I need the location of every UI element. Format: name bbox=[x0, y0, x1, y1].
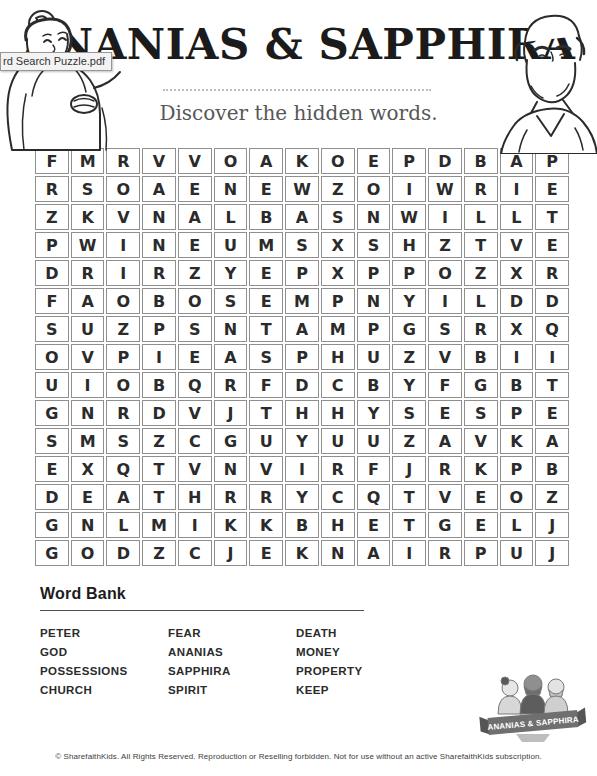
grid-cell-r1c11: P bbox=[392, 148, 426, 174]
grid-cell-r12c8: I bbox=[285, 456, 319, 482]
grid-cell-r14c14: L bbox=[500, 512, 534, 538]
grid-cell-r10c3: R bbox=[106, 400, 140, 426]
grid-cell-r7c12: S bbox=[428, 316, 462, 342]
word-bank-heading: Word Bank bbox=[40, 585, 370, 603]
grid-cell-r9c1: U bbox=[35, 372, 69, 398]
grid-cell-r2c5: E bbox=[178, 176, 212, 202]
grid-cell-r13c2: E bbox=[71, 484, 105, 510]
grid-cell-r11c3: S bbox=[106, 428, 140, 454]
word-search-grid: FMRVVOAKOEPDBAPRSOAENEWZOIWRIEZKVNALBASN… bbox=[35, 148, 569, 566]
grid-cell-r9c11: Y bbox=[392, 372, 426, 398]
grid-cell-r7c8: A bbox=[285, 316, 319, 342]
grid-cell-r10c7: T bbox=[249, 400, 283, 426]
grid-cell-r1c5: V bbox=[178, 148, 212, 174]
grid-cell-r4c10: S bbox=[357, 232, 391, 258]
grid-cell-r10c5: V bbox=[178, 400, 212, 426]
grid-cell-r14c11: T bbox=[392, 512, 426, 538]
grid-cell-r10c14: P bbox=[500, 400, 534, 426]
grid-cell-r2c14: I bbox=[500, 176, 534, 202]
word-bank-column-1: PETERGODPOSSESSIONSCHURCH bbox=[40, 624, 168, 700]
grid-cell-r7c1: S bbox=[35, 316, 69, 342]
grid-cell-r6c7: E bbox=[249, 288, 283, 314]
grid-cell-r5c14: X bbox=[500, 260, 534, 286]
grid-cell-r5c1: D bbox=[35, 260, 69, 286]
word-bank-word: SPIRIT bbox=[168, 681, 296, 700]
grid-cell-r14c8: B bbox=[285, 512, 319, 538]
grid-cell-r9c9: C bbox=[321, 372, 355, 398]
grid-cell-r6c10: N bbox=[357, 288, 391, 314]
grid-cell-r14c13: E bbox=[464, 512, 498, 538]
grid-cell-r1c10: E bbox=[357, 148, 391, 174]
grid-cell-r7c9: M bbox=[321, 316, 355, 342]
grid-cell-r7c4: P bbox=[142, 316, 176, 342]
grid-cell-r10c12: E bbox=[428, 400, 462, 426]
grid-cell-r9c4: B bbox=[142, 372, 176, 398]
grid-cell-r13c1: D bbox=[35, 484, 69, 510]
grid-cell-r5c9: X bbox=[321, 260, 355, 286]
worksheet-page: ANANIAS & SAPPHIRA Discover the hidden w… bbox=[0, 0, 597, 776]
grid-cell-r12c6: N bbox=[214, 456, 248, 482]
woman-illustration bbox=[0, 4, 178, 152]
grid-cell-r4c7: M bbox=[249, 232, 283, 258]
grid-cell-r3c7: B bbox=[249, 204, 283, 230]
grid-cell-r4c14: V bbox=[500, 232, 534, 258]
grid-cell-r3c1: Z bbox=[35, 204, 69, 230]
grid-cell-r2c15: E bbox=[535, 176, 569, 202]
grid-cell-r15c9: N bbox=[321, 540, 355, 566]
grid-cell-r8c12: V bbox=[428, 344, 462, 370]
grid-cell-r6c5: O bbox=[178, 288, 212, 314]
word-bank: Word Bank PETERGODPOSSESSIONSCHURCH FEAR… bbox=[40, 585, 370, 700]
grid-cell-r15c10: A bbox=[357, 540, 391, 566]
grid-cell-r13c9: C bbox=[321, 484, 355, 510]
grid-cell-r3c5: A bbox=[178, 204, 212, 230]
grid-cell-r3c8: A bbox=[285, 204, 319, 230]
grid-cell-r3c15: T bbox=[535, 204, 569, 230]
grid-cell-r5c6: Y bbox=[214, 260, 248, 286]
grid-cell-r6c2: A bbox=[71, 288, 105, 314]
grid-cell-r6c15: D bbox=[535, 288, 569, 314]
grid-cell-r13c11: T bbox=[392, 484, 426, 510]
word-bank-word: PETER bbox=[40, 624, 168, 643]
grid-cell-r10c2: N bbox=[71, 400, 105, 426]
grid-cell-r12c10: F bbox=[357, 456, 391, 482]
grid-cell-r13c8: Y bbox=[285, 484, 319, 510]
grid-cell-r11c5: C bbox=[178, 428, 212, 454]
grid-cell-r6c11: Y bbox=[392, 288, 426, 314]
grid-cell-r15c3: D bbox=[106, 540, 140, 566]
grid-cell-r8c3: P bbox=[106, 344, 140, 370]
grid-cell-r2c3: O bbox=[106, 176, 140, 202]
grid-cell-r15c8: K bbox=[285, 540, 319, 566]
grid-cell-r6c6: S bbox=[214, 288, 248, 314]
grid-cell-r5c13: Z bbox=[464, 260, 498, 286]
grid-cell-r11c9: U bbox=[321, 428, 355, 454]
grid-cell-r15c4: Z bbox=[142, 540, 176, 566]
grid-cell-r11c4: Z bbox=[142, 428, 176, 454]
grid-cell-r5c12: O bbox=[428, 260, 462, 286]
grid-cell-r14c9: H bbox=[321, 512, 355, 538]
grid-cell-r5c11: P bbox=[392, 260, 426, 286]
grid-cell-r3c10: N bbox=[357, 204, 391, 230]
grid-cell-r13c5: H bbox=[178, 484, 212, 510]
grid-cell-r3c4: N bbox=[142, 204, 176, 230]
grid-cell-r1c8: K bbox=[285, 148, 319, 174]
grid-cell-r13c12: V bbox=[428, 484, 462, 510]
word-bank-word: GOD bbox=[40, 643, 168, 662]
grid-cell-r8c9: H bbox=[321, 344, 355, 370]
grid-cell-r8c7: S bbox=[249, 344, 283, 370]
grid-cell-r15c2: O bbox=[71, 540, 105, 566]
grid-cell-r2c8: W bbox=[285, 176, 319, 202]
grid-cell-r9c14: B bbox=[500, 372, 534, 398]
grid-cell-r7c6: N bbox=[214, 316, 248, 342]
word-bank-word: FEAR bbox=[168, 624, 296, 643]
grid-cell-r2c4: A bbox=[142, 176, 176, 202]
grid-cell-r14c1: G bbox=[35, 512, 69, 538]
grid-cell-r8c13: B bbox=[464, 344, 498, 370]
word-bank-word: POSSESSIONS bbox=[40, 662, 168, 681]
grid-cell-r12c15: B bbox=[535, 456, 569, 482]
grid-cell-r15c5: C bbox=[178, 540, 212, 566]
grid-cell-r11c15: A bbox=[535, 428, 569, 454]
grid-cell-r9c8: D bbox=[285, 372, 319, 398]
word-bank-word: SAPPHIRA bbox=[168, 662, 296, 681]
grid-cell-r9c13: G bbox=[464, 372, 498, 398]
grid-cell-r4c13: T bbox=[464, 232, 498, 258]
grid-cell-r8c1: O bbox=[35, 344, 69, 370]
grid-cell-r12c14: P bbox=[500, 456, 534, 482]
grid-cell-r9c15: T bbox=[535, 372, 569, 398]
grid-cell-r2c7: E bbox=[249, 176, 283, 202]
grid-cell-r13c15: Z bbox=[535, 484, 569, 510]
grid-cell-r15c13: P bbox=[464, 540, 498, 566]
grid-cell-r5c7: E bbox=[249, 260, 283, 286]
grid-cell-r13c7: R bbox=[249, 484, 283, 510]
grid-cell-r12c7: V bbox=[249, 456, 283, 482]
grid-cell-r7c15: Q bbox=[535, 316, 569, 342]
grid-cell-r14c10: E bbox=[357, 512, 391, 538]
grid-cell-r1c9: O bbox=[321, 148, 355, 174]
word-bank-column-2: FEARANANIASSAPPHIRASPIRIT bbox=[168, 624, 296, 700]
grid-cell-r15c15: J bbox=[535, 540, 569, 566]
grid-cell-r11c8: Y bbox=[285, 428, 319, 454]
grid-cell-r12c2: X bbox=[71, 456, 105, 482]
grid-cell-r10c9: H bbox=[321, 400, 355, 426]
grid-cell-r15c1: G bbox=[35, 540, 69, 566]
grid-cell-r5c15: R bbox=[535, 260, 569, 286]
grid-cell-r1c12: D bbox=[428, 148, 462, 174]
grid-cell-r14c4: M bbox=[142, 512, 176, 538]
grid-cell-r11c11: Z bbox=[392, 428, 426, 454]
grid-cell-r13c10: Q bbox=[357, 484, 391, 510]
grid-cell-r11c6: G bbox=[214, 428, 248, 454]
word-bank-word: MONEY bbox=[296, 643, 362, 662]
grid-cell-r6c8: M bbox=[285, 288, 319, 314]
grid-cell-r4c15: E bbox=[535, 232, 569, 258]
grid-cell-r12c9: R bbox=[321, 456, 355, 482]
grid-cell-r6c13: L bbox=[464, 288, 498, 314]
grid-cell-r15c6: J bbox=[214, 540, 248, 566]
grid-cell-r14c5: I bbox=[178, 512, 212, 538]
grid-cell-r5c5: Z bbox=[178, 260, 212, 286]
grid-cell-r8c11: Z bbox=[392, 344, 426, 370]
grid-cell-r9c10: B bbox=[357, 372, 391, 398]
sharefaith-badge: ANANIAS & SAPPHIRA bbox=[476, 670, 590, 750]
grid-cell-r4c4: N bbox=[142, 232, 176, 258]
grid-cell-r8c8: P bbox=[285, 344, 319, 370]
grid-cell-r11c7: U bbox=[249, 428, 283, 454]
grid-cell-r13c13: E bbox=[464, 484, 498, 510]
grid-cell-r4c1: P bbox=[35, 232, 69, 258]
word-bank-word: PROPERTY bbox=[296, 662, 362, 681]
grid-cell-r14c7: K bbox=[249, 512, 283, 538]
man-illustration bbox=[497, 6, 597, 154]
grid-cell-r12c1: E bbox=[35, 456, 69, 482]
grid-cell-r10c15: E bbox=[535, 400, 569, 426]
grid-cell-r12c3: Q bbox=[106, 456, 140, 482]
grid-cell-r15c12: R bbox=[428, 540, 462, 566]
grid-cell-r7c5: S bbox=[178, 316, 212, 342]
grid-cell-r6c9: P bbox=[321, 288, 355, 314]
grid-cell-r3c14: L bbox=[500, 204, 534, 230]
grid-cell-r10c11: S bbox=[392, 400, 426, 426]
grid-cell-r9c12: F bbox=[428, 372, 462, 398]
grid-cell-r12c11: J bbox=[392, 456, 426, 482]
grid-cell-r8c15: I bbox=[535, 344, 569, 370]
grid-cell-r8c6: A bbox=[214, 344, 248, 370]
grid-cell-r2c13: R bbox=[464, 176, 498, 202]
grid-cell-r12c4: T bbox=[142, 456, 176, 482]
grid-cell-r6c14: D bbox=[500, 288, 534, 314]
grid-cell-r7c2: U bbox=[71, 316, 105, 342]
grid-cell-r5c4: R bbox=[142, 260, 176, 286]
grid-cell-r2c11: I bbox=[392, 176, 426, 202]
grid-cell-r7c14: X bbox=[500, 316, 534, 342]
grid-cell-r14c6: K bbox=[214, 512, 248, 538]
grid-cell-r13c3: A bbox=[106, 484, 140, 510]
grid-cell-r3c2: K bbox=[71, 204, 105, 230]
grid-cell-r12c12: R bbox=[428, 456, 462, 482]
grid-cell-r3c13: L bbox=[464, 204, 498, 230]
grid-cell-r6c12: I bbox=[428, 288, 462, 314]
grid-cell-r8c10: U bbox=[357, 344, 391, 370]
grid-cell-r3c6: L bbox=[214, 204, 248, 230]
grid-cell-r4c2: W bbox=[71, 232, 105, 258]
grid-cell-r4c11: H bbox=[392, 232, 426, 258]
grid-cell-r4c5: E bbox=[178, 232, 212, 258]
grid-cell-r3c9: S bbox=[321, 204, 355, 230]
grid-cell-r11c10: U bbox=[357, 428, 391, 454]
grid-cell-r9c5: Q bbox=[178, 372, 212, 398]
grid-cell-r7c7: T bbox=[249, 316, 283, 342]
grid-cell-r8c2: V bbox=[71, 344, 105, 370]
word-bank-word: ANANIAS bbox=[168, 643, 296, 662]
grid-cell-r5c10: P bbox=[357, 260, 391, 286]
grid-cell-r7c10: P bbox=[357, 316, 391, 342]
grid-cell-r14c3: L bbox=[106, 512, 140, 538]
grid-cell-r10c6: J bbox=[214, 400, 248, 426]
grid-cell-r11c12: A bbox=[428, 428, 462, 454]
grid-cell-r14c15: J bbox=[535, 512, 569, 538]
grid-cell-r15c14: U bbox=[500, 540, 534, 566]
grid-cell-r13c6: R bbox=[214, 484, 248, 510]
grid-cell-r8c14: I bbox=[500, 344, 534, 370]
grid-cell-r13c14: O bbox=[500, 484, 534, 510]
grid-cell-r14c12: G bbox=[428, 512, 462, 538]
grid-cell-r11c2: M bbox=[71, 428, 105, 454]
grid-cell-r6c3: O bbox=[106, 288, 140, 314]
grid-cell-r12c5: V bbox=[178, 456, 212, 482]
grid-cell-r9c3: O bbox=[106, 372, 140, 398]
grid-cell-r4c6: U bbox=[214, 232, 248, 258]
word-bank-column-3: DEATHMONEYPROPERTYKEEP bbox=[296, 624, 362, 700]
grid-cell-r9c6: R bbox=[214, 372, 248, 398]
grid-cell-r3c12: I bbox=[428, 204, 462, 230]
grid-cell-r6c4: B bbox=[142, 288, 176, 314]
grid-cell-r3c11: W bbox=[392, 204, 426, 230]
grid-cell-r2c12: W bbox=[428, 176, 462, 202]
word-bank-word: KEEP bbox=[296, 681, 362, 700]
copyright-footer: © SharefaithKids. All Rights Reserved. R… bbox=[0, 752, 597, 761]
pdf-filename-tooltip: rd Search Puzzle.pdf bbox=[0, 52, 112, 71]
dashed-divider bbox=[163, 89, 431, 91]
grid-cell-r10c10: Y bbox=[357, 400, 391, 426]
grid-cell-r7c13: R bbox=[464, 316, 498, 342]
word-bank-rule bbox=[40, 610, 364, 611]
grid-cell-r8c4: I bbox=[142, 344, 176, 370]
grid-cell-r10c4: D bbox=[142, 400, 176, 426]
grid-cell-r7c11: G bbox=[392, 316, 426, 342]
grid-cell-r2c2: S bbox=[71, 176, 105, 202]
grid-cell-r11c14: K bbox=[500, 428, 534, 454]
grid-cell-r1c6: O bbox=[214, 148, 248, 174]
grid-cell-r8c5: E bbox=[178, 344, 212, 370]
grid-cell-r4c12: Z bbox=[428, 232, 462, 258]
grid-cell-r1c7: A bbox=[249, 148, 283, 174]
grid-cell-r15c11: I bbox=[392, 540, 426, 566]
grid-cell-r9c7: F bbox=[249, 372, 283, 398]
grid-cell-r12c13: K bbox=[464, 456, 498, 482]
grid-cell-r2c10: O bbox=[357, 176, 391, 202]
grid-cell-r4c8: S bbox=[285, 232, 319, 258]
grid-cell-r6c1: F bbox=[35, 288, 69, 314]
grid-cell-r13c4: T bbox=[142, 484, 176, 510]
grid-cell-r14c2: N bbox=[71, 512, 105, 538]
grid-cell-r15c7: E bbox=[249, 540, 283, 566]
grid-cell-r5c3: I bbox=[106, 260, 140, 286]
grid-cell-r5c2: R bbox=[71, 260, 105, 286]
grid-cell-r2c6: N bbox=[214, 176, 248, 202]
grid-cell-r10c8: H bbox=[285, 400, 319, 426]
grid-cell-r4c3: I bbox=[106, 232, 140, 258]
grid-cell-r10c1: G bbox=[35, 400, 69, 426]
grid-cell-r4c9: X bbox=[321, 232, 355, 258]
grid-cell-r7c3: Z bbox=[106, 316, 140, 342]
grid-cell-r11c1: S bbox=[35, 428, 69, 454]
word-bank-word: CHURCH bbox=[40, 681, 168, 700]
grid-cell-r2c9: Z bbox=[321, 176, 355, 202]
grid-cell-r1c13: B bbox=[464, 148, 498, 174]
grid-cell-r9c2: I bbox=[71, 372, 105, 398]
grid-cell-r11c13: V bbox=[464, 428, 498, 454]
grid-cell-r3c3: V bbox=[106, 204, 140, 230]
grid-cell-r2c1: R bbox=[35, 176, 69, 202]
grid-cell-r5c8: P bbox=[285, 260, 319, 286]
word-bank-word: DEATH bbox=[296, 624, 362, 643]
grid-cell-r10c13: S bbox=[464, 400, 498, 426]
